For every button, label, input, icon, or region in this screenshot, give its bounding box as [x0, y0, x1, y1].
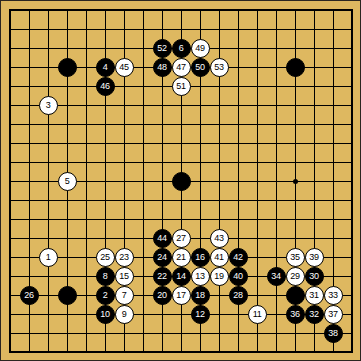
stone-white-39: 39 [305, 248, 324, 267]
move-number: 39 [309, 253, 318, 262]
move-number: 22 [157, 272, 166, 281]
move-number: 13 [195, 272, 204, 281]
handicap-stone-black [58, 286, 77, 305]
stone-black-10: 10 [96, 305, 115, 324]
move-number: 12 [195, 310, 204, 319]
stone-white-27: 27 [172, 229, 191, 248]
stone-white-13: 13 [191, 267, 210, 286]
move-number: 6 [179, 44, 184, 53]
move-number: 20 [157, 291, 166, 300]
handicap-stone-black [286, 286, 305, 305]
stone-black-38: 38 [324, 324, 343, 343]
move-number: 27 [176, 234, 185, 243]
stone-white-19: 19 [210, 267, 229, 286]
stone-black-24: 24 [153, 248, 172, 267]
move-number: 43 [214, 234, 223, 243]
move-number: 40 [233, 272, 242, 281]
move-number: 26 [24, 291, 33, 300]
stone-black-22: 22 [153, 267, 172, 286]
stone-white-45: 45 [115, 58, 134, 77]
stone-black-16: 16 [191, 248, 210, 267]
star-point [293, 179, 298, 184]
move-number: 23 [119, 253, 128, 262]
stone-black-36: 36 [286, 305, 305, 324]
stone-white-1: 1 [39, 248, 58, 267]
stone-white-9: 9 [115, 305, 134, 324]
handicap-stone-black [286, 58, 305, 77]
stone-white-51: 51 [172, 77, 191, 96]
stone-white-11: 11 [248, 305, 267, 324]
stone-white-15: 15 [115, 267, 134, 286]
stone-white-53: 53 [210, 58, 229, 77]
stone-white-33: 33 [324, 286, 343, 305]
stone-black-18: 18 [191, 286, 210, 305]
stone-white-5: 5 [58, 172, 77, 191]
stone-black-34: 34 [267, 267, 286, 286]
stone-black-28: 28 [229, 286, 248, 305]
move-number: 44 [157, 234, 166, 243]
move-number: 9 [122, 310, 127, 319]
move-number: 1 [46, 253, 51, 262]
move-number: 4 [103, 63, 108, 72]
move-number: 41 [214, 253, 223, 262]
move-number: 21 [176, 253, 185, 262]
move-number: 47 [176, 63, 185, 72]
move-number: 10 [100, 310, 109, 319]
move-number: 53 [214, 63, 223, 72]
move-number: 28 [233, 291, 242, 300]
move-number: 8 [103, 272, 108, 281]
handicap-stone-black [58, 58, 77, 77]
stone-black-14: 14 [172, 267, 191, 286]
stone-black-50: 50 [191, 58, 210, 77]
move-number: 7 [122, 291, 127, 300]
stone-white-37: 37 [324, 305, 343, 324]
move-number: 45 [119, 63, 128, 72]
stone-black-46: 46 [96, 77, 115, 96]
stone-black-20: 20 [153, 286, 172, 305]
move-number: 2 [103, 291, 108, 300]
stone-black-8: 8 [96, 267, 115, 286]
move-number: 34 [271, 272, 280, 281]
stone-black-2: 2 [96, 286, 115, 305]
stone-white-35: 35 [286, 248, 305, 267]
move-number: 24 [157, 253, 166, 262]
move-number: 17 [176, 291, 185, 300]
stone-black-6: 6 [172, 39, 191, 58]
move-number: 32 [309, 310, 318, 319]
move-number: 36 [290, 310, 299, 319]
stone-white-23: 23 [115, 248, 134, 267]
move-number: 15 [119, 272, 128, 281]
stone-black-48: 48 [153, 58, 172, 77]
move-number: 30 [309, 272, 318, 281]
move-number: 48 [157, 63, 166, 72]
stone-white-3: 3 [39, 96, 58, 115]
stone-black-32: 32 [305, 305, 324, 324]
stone-white-43: 43 [210, 229, 229, 248]
move-number: 51 [176, 82, 185, 91]
move-number: 19 [214, 272, 223, 281]
stone-black-4: 4 [96, 58, 115, 77]
stone-black-42: 42 [229, 248, 248, 267]
move-number: 25 [100, 253, 109, 262]
stone-black-12: 12 [191, 305, 210, 324]
move-number: 3 [46, 101, 51, 110]
move-number: 38 [328, 329, 337, 338]
move-number: 52 [157, 44, 166, 53]
move-number: 37 [328, 310, 337, 319]
move-number: 5 [65, 177, 70, 186]
stone-black-26: 26 [20, 286, 39, 305]
handicap-stone-black [172, 172, 191, 191]
stone-white-7: 7 [115, 286, 134, 305]
move-number: 14 [176, 272, 185, 281]
move-number: 31 [309, 291, 318, 300]
stone-black-52: 52 [153, 39, 172, 58]
stone-white-47: 47 [172, 58, 191, 77]
move-number: 33 [328, 291, 337, 300]
stone-white-21: 21 [172, 248, 191, 267]
move-number: 49 [195, 44, 204, 53]
move-number: 29 [290, 272, 299, 281]
stone-white-31: 31 [305, 286, 324, 305]
move-number: 46 [100, 82, 109, 91]
move-number: 35 [290, 253, 299, 262]
move-number: 18 [195, 291, 204, 300]
stone-black-30: 30 [305, 267, 324, 286]
move-number: 50 [195, 63, 204, 72]
stone-white-17: 17 [172, 286, 191, 305]
stone-white-29: 29 [286, 267, 305, 286]
stone-black-44: 44 [153, 229, 172, 248]
move-number: 16 [195, 253, 204, 262]
stone-white-25: 25 [96, 248, 115, 267]
move-number: 42 [233, 253, 242, 262]
stone-black-40: 40 [229, 267, 248, 286]
stone-white-49: 49 [191, 39, 210, 58]
move-number: 11 [253, 310, 262, 319]
stone-white-41: 41 [210, 248, 229, 267]
go-board: 1234567891011121314151617181920212223242… [0, 0, 361, 361]
